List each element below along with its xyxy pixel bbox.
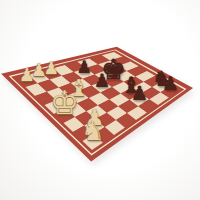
- photo-background: ♟♟♟♟♚♞♟♟♝♝♟♚♟♞: [0, 0, 200, 200]
- chess-board: [0, 0, 200, 200]
